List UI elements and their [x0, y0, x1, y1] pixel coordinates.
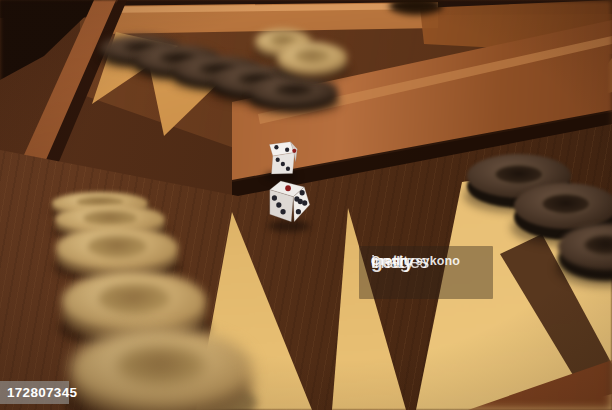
die-near-pip [280, 209, 285, 214]
asset-id-number: 172807345 [7, 381, 77, 404]
die-near [269, 180, 311, 224]
die-near-pip [285, 185, 291, 191]
light-checker-column-5-dimple [117, 346, 204, 384]
far-dark-checker-5-dimple [273, 83, 315, 97]
asset-id-bar: 172807345 [0, 381, 69, 404]
die-far-pip [286, 166, 290, 170]
light-checker-column-5 [70, 328, 252, 410]
far-dark-checker-5 [250, 76, 338, 111]
near-dark-checker-1-dimple [494, 164, 544, 185]
far-light-checker-2 [277, 42, 347, 77]
die-far-pip [285, 147, 289, 151]
scene-root [0, 0, 612, 410]
die-far [264, 141, 298, 177]
backgammon-board-photo: gettyimages® Credit: sykono 172807345 [0, 0, 612, 410]
die-near-pip [302, 200, 307, 205]
credit-line: Credit: sykono [371, 254, 460, 268]
die-near-pip [276, 202, 281, 207]
die-near-pip [298, 199, 303, 204]
die-near-pip [272, 195, 277, 200]
die-far-pip [274, 145, 278, 149]
near-dark-checker-3 [558, 224, 612, 281]
die-far-pip [281, 162, 285, 166]
die-near-pip [296, 209, 301, 214]
light-checker-column-3-dimple [88, 236, 147, 257]
getty-watermark: gettyimages® Credit: sykono [359, 246, 493, 299]
light-checker-column-4-dimple [99, 284, 168, 313]
far-light-checker-2-dimple [295, 49, 329, 63]
die-far-pip [292, 149, 296, 153]
light-checker-column-2-dimple [84, 211, 137, 224]
die-near-pip [300, 190, 305, 195]
die-far-pip [276, 158, 280, 162]
